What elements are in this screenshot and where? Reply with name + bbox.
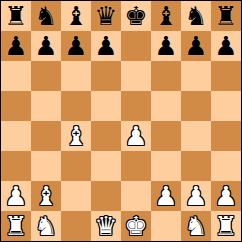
square-h8[interactable]: ♜︎: [211, 1, 241, 31]
square-a1[interactable]: ♜︎: [1, 211, 31, 241]
square-a7[interactable]: ♟︎: [1, 31, 31, 61]
white-rook-piece[interactable]: ♜︎: [4, 211, 27, 241]
square-b5[interactable]: [31, 91, 61, 121]
chess-board: ♜︎♞︎♝︎♛︎♚︎♝︎♞︎♜︎♟︎♟︎♟︎♟︎♟︎♟︎♟︎♝︎♟︎♟︎♝︎♟︎…: [0, 0, 242, 242]
white-pawn-piece[interactable]: ♟︎: [154, 181, 177, 211]
black-pawn-piece[interactable]: ♟︎: [154, 31, 177, 61]
square-f7[interactable]: ♟︎: [151, 31, 181, 61]
square-h4[interactable]: [211, 121, 241, 151]
square-g3[interactable]: [181, 151, 211, 181]
square-d7[interactable]: ♟︎: [91, 31, 121, 61]
square-f3[interactable]: [151, 151, 181, 181]
black-pawn-piece[interactable]: ♟︎: [64, 31, 87, 61]
white-king-piece[interactable]: ♚︎: [124, 211, 147, 241]
black-bishop-piece[interactable]: ♝︎: [64, 1, 87, 31]
square-e6[interactable]: [121, 61, 151, 91]
square-b4[interactable]: [31, 121, 61, 151]
black-pawn-piece[interactable]: ♟︎: [94, 31, 117, 61]
square-d3[interactable]: [91, 151, 121, 181]
black-pawn-piece[interactable]: ♟︎: [34, 31, 57, 61]
square-c5[interactable]: [61, 91, 91, 121]
square-e3[interactable]: [121, 151, 151, 181]
square-a3[interactable]: [1, 151, 31, 181]
black-knight-piece[interactable]: ♞︎: [34, 1, 57, 31]
square-e5[interactable]: [121, 91, 151, 121]
square-g6[interactable]: [181, 61, 211, 91]
square-e4[interactable]: ♟︎: [121, 121, 151, 151]
square-c7[interactable]: ♟︎: [61, 31, 91, 61]
square-g4[interactable]: [181, 121, 211, 151]
white-knight-piece[interactable]: ♞︎: [34, 211, 57, 241]
square-a6[interactable]: [1, 61, 31, 91]
white-pawn-piece[interactable]: ♟︎: [184, 181, 207, 211]
square-b8[interactable]: ♞︎: [31, 1, 61, 31]
square-e1[interactable]: ♚︎: [121, 211, 151, 241]
square-h1[interactable]: ♜︎: [211, 211, 241, 241]
square-f8[interactable]: ♝︎: [151, 1, 181, 31]
black-pawn-piece[interactable]: ♟︎: [4, 31, 27, 61]
square-f5[interactable]: [151, 91, 181, 121]
square-a2[interactable]: ♟︎: [1, 181, 31, 211]
square-c8[interactable]: ♝︎: [61, 1, 91, 31]
square-d6[interactable]: [91, 61, 121, 91]
square-h6[interactable]: [211, 61, 241, 91]
white-pawn-piece[interactable]: ♟︎: [214, 181, 237, 211]
square-f1[interactable]: [151, 211, 181, 241]
white-rook-piece[interactable]: ♜︎: [214, 211, 237, 241]
square-h7[interactable]: ♟︎: [211, 31, 241, 61]
black-bishop-piece[interactable]: ♝︎: [154, 1, 177, 31]
square-g2[interactable]: ♟︎: [181, 181, 211, 211]
square-a5[interactable]: [1, 91, 31, 121]
square-c1[interactable]: [61, 211, 91, 241]
square-c6[interactable]: [61, 61, 91, 91]
white-bishop-piece[interactable]: ♝︎: [64, 121, 87, 151]
square-h5[interactable]: [211, 91, 241, 121]
square-g5[interactable]: [181, 91, 211, 121]
square-d8[interactable]: ♛︎: [91, 1, 121, 31]
square-b1[interactable]: ♞︎: [31, 211, 61, 241]
square-g1[interactable]: ♞︎: [181, 211, 211, 241]
square-d2[interactable]: [91, 181, 121, 211]
square-h2[interactable]: ♟︎: [211, 181, 241, 211]
white-knight-piece[interactable]: ♞︎: [184, 211, 207, 241]
white-bishop-piece[interactable]: ♝︎: [34, 181, 57, 211]
square-b3[interactable]: [31, 151, 61, 181]
black-pawn-piece[interactable]: ♟︎: [184, 31, 207, 61]
square-f4[interactable]: [151, 121, 181, 151]
black-rook-piece[interactable]: ♜︎: [214, 1, 237, 31]
square-b2[interactable]: ♝︎: [31, 181, 61, 211]
white-pawn-piece[interactable]: ♟︎: [4, 181, 27, 211]
white-pawn-piece[interactable]: ♟︎: [124, 121, 147, 151]
square-a4[interactable]: [1, 121, 31, 151]
square-e7[interactable]: [121, 31, 151, 61]
square-d5[interactable]: [91, 91, 121, 121]
square-d1[interactable]: ♛︎: [91, 211, 121, 241]
square-g7[interactable]: ♟︎: [181, 31, 211, 61]
black-knight-piece[interactable]: ♞︎: [184, 1, 207, 31]
black-king-piece[interactable]: ♚︎: [124, 1, 147, 31]
square-f2[interactable]: ♟︎: [151, 181, 181, 211]
square-c4[interactable]: ♝︎: [61, 121, 91, 151]
square-b6[interactable]: [31, 61, 61, 91]
square-c3[interactable]: [61, 151, 91, 181]
square-c2[interactable]: [61, 181, 91, 211]
black-pawn-piece[interactable]: ♟︎: [214, 31, 237, 61]
square-e2[interactable]: [121, 181, 151, 211]
white-queen-piece[interactable]: ♛︎: [94, 211, 117, 241]
square-a8[interactable]: ♜︎: [1, 1, 31, 31]
black-queen-piece[interactable]: ♛︎: [94, 1, 117, 31]
square-h3[interactable]: [211, 151, 241, 181]
square-g8[interactable]: ♞︎: [181, 1, 211, 31]
square-e8[interactable]: ♚︎: [121, 1, 151, 31]
square-d4[interactable]: [91, 121, 121, 151]
square-b7[interactable]: ♟︎: [31, 31, 61, 61]
black-rook-piece[interactable]: ♜︎: [4, 1, 27, 31]
square-f6[interactable]: [151, 61, 181, 91]
